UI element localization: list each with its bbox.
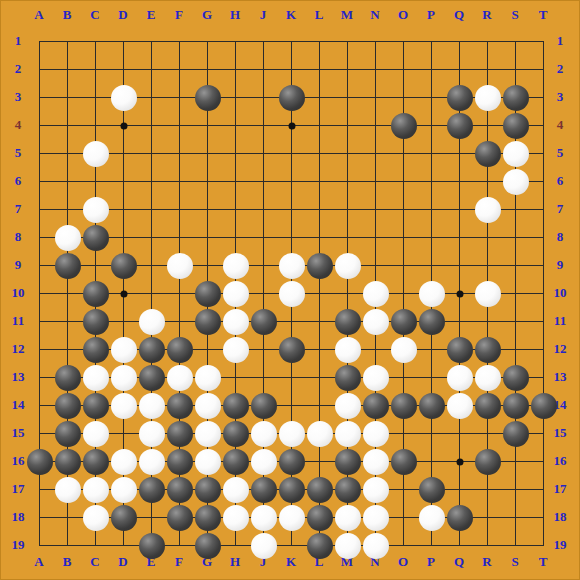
stone-white-H10 bbox=[223, 281, 249, 307]
stone-white-H17 bbox=[223, 477, 249, 503]
stone-black-O14 bbox=[391, 393, 417, 419]
col-label-top-M: M bbox=[341, 7, 353, 23]
row-label-left-1: 1 bbox=[15, 33, 22, 49]
stone-black-H15 bbox=[223, 421, 249, 447]
stone-black-G18 bbox=[195, 505, 221, 531]
col-label-bottom-R: R bbox=[482, 554, 491, 570]
col-label-bottom-K: K bbox=[286, 554, 296, 570]
row-label-left-14: 14 bbox=[12, 397, 25, 413]
stone-black-S14 bbox=[503, 393, 529, 419]
stone-black-C14 bbox=[83, 393, 109, 419]
row-label-right-13: 13 bbox=[554, 369, 567, 385]
col-label-bottom-C: C bbox=[90, 554, 99, 570]
stone-black-O16 bbox=[391, 449, 417, 475]
row-label-left-11: 11 bbox=[12, 313, 24, 329]
stone-white-K10 bbox=[279, 281, 305, 307]
stone-black-G3 bbox=[195, 85, 221, 111]
row-label-left-10: 10 bbox=[12, 285, 25, 301]
row-label-right-4: 4 bbox=[557, 117, 564, 133]
stone-white-P10 bbox=[419, 281, 445, 307]
stone-white-H18 bbox=[223, 505, 249, 531]
stone-black-F14 bbox=[167, 393, 193, 419]
stone-black-S13 bbox=[503, 365, 529, 391]
stone-black-O4 bbox=[391, 113, 417, 139]
row-label-left-3: 3 bbox=[15, 89, 22, 105]
grid-vline-T bbox=[543, 41, 544, 546]
row-label-left-8: 8 bbox=[15, 229, 22, 245]
stone-white-N18 bbox=[363, 505, 389, 531]
stone-black-B9 bbox=[55, 253, 81, 279]
stone-black-R14 bbox=[475, 393, 501, 419]
stone-black-L9 bbox=[307, 253, 333, 279]
grid-hline-11 bbox=[39, 321, 544, 322]
stone-white-D14 bbox=[111, 393, 137, 419]
stone-white-H12 bbox=[223, 337, 249, 363]
stone-white-E16 bbox=[139, 449, 165, 475]
stone-white-D3 bbox=[111, 85, 137, 111]
stone-black-H14 bbox=[223, 393, 249, 419]
stone-white-L15 bbox=[307, 421, 333, 447]
star-point-D4 bbox=[120, 122, 127, 129]
stone-black-B13 bbox=[55, 365, 81, 391]
col-label-bottom-S: S bbox=[511, 554, 518, 570]
row-label-right-15: 15 bbox=[554, 425, 567, 441]
stone-black-G10 bbox=[195, 281, 221, 307]
stone-black-S15 bbox=[503, 421, 529, 447]
stone-black-Q4 bbox=[447, 113, 473, 139]
col-label-bottom-H: H bbox=[230, 554, 240, 570]
stone-black-E12 bbox=[139, 337, 165, 363]
stone-white-D16 bbox=[111, 449, 137, 475]
col-label-bottom-B: B bbox=[63, 554, 72, 570]
stone-black-G17 bbox=[195, 477, 221, 503]
stone-black-L18 bbox=[307, 505, 333, 531]
stone-white-C7 bbox=[83, 197, 109, 223]
stone-white-M12 bbox=[335, 337, 361, 363]
stone-black-K17 bbox=[279, 477, 305, 503]
row-label-right-2: 2 bbox=[557, 61, 564, 77]
col-label-top-C: C bbox=[90, 7, 99, 23]
stone-black-C8 bbox=[83, 225, 109, 251]
stone-white-D12 bbox=[111, 337, 137, 363]
row-label-left-19: 19 bbox=[12, 537, 25, 553]
row-label-right-16: 16 bbox=[554, 453, 567, 469]
stone-white-H9 bbox=[223, 253, 249, 279]
col-label-top-O: O bbox=[398, 7, 408, 23]
row-label-right-6: 6 bbox=[557, 173, 564, 189]
stone-white-J19 bbox=[251, 533, 277, 559]
stone-black-L17 bbox=[307, 477, 333, 503]
stone-white-E15 bbox=[139, 421, 165, 447]
row-label-left-16: 16 bbox=[12, 453, 25, 469]
row-label-right-19: 19 bbox=[554, 537, 567, 553]
stone-white-F13 bbox=[167, 365, 193, 391]
col-label-top-N: N bbox=[370, 7, 379, 23]
star-point-Q16 bbox=[456, 458, 463, 465]
stone-white-R10 bbox=[475, 281, 501, 307]
stone-black-L19 bbox=[307, 533, 333, 559]
col-label-top-B: B bbox=[63, 7, 72, 23]
stone-black-F12 bbox=[167, 337, 193, 363]
stone-black-E19 bbox=[139, 533, 165, 559]
stone-black-F15 bbox=[167, 421, 193, 447]
stone-black-J14 bbox=[251, 393, 277, 419]
stone-black-F18 bbox=[167, 505, 193, 531]
stone-white-Q13 bbox=[447, 365, 473, 391]
stone-black-T14 bbox=[531, 393, 557, 419]
row-label-right-10: 10 bbox=[554, 285, 567, 301]
star-point-D10 bbox=[120, 290, 127, 297]
stone-white-Q14 bbox=[447, 393, 473, 419]
stone-black-Q3 bbox=[447, 85, 473, 111]
stone-black-G11 bbox=[195, 309, 221, 335]
row-label-left-7: 7 bbox=[15, 201, 22, 217]
col-label-top-T: T bbox=[539, 7, 548, 23]
col-label-top-L: L bbox=[315, 7, 324, 23]
stone-black-D9 bbox=[111, 253, 137, 279]
stone-white-K9 bbox=[279, 253, 305, 279]
stone-black-G19 bbox=[195, 533, 221, 559]
row-label-right-11: 11 bbox=[554, 313, 566, 329]
stone-white-N15 bbox=[363, 421, 389, 447]
row-label-right-1: 1 bbox=[557, 33, 564, 49]
grid-vline-L bbox=[319, 41, 320, 546]
col-label-top-S: S bbox=[511, 7, 518, 23]
stone-white-C18 bbox=[83, 505, 109, 531]
col-label-bottom-P: P bbox=[427, 554, 435, 570]
row-label-left-13: 13 bbox=[12, 369, 25, 385]
col-label-top-G: G bbox=[202, 7, 212, 23]
row-label-right-18: 18 bbox=[554, 509, 567, 525]
stone-white-M14 bbox=[335, 393, 361, 419]
stone-white-J15 bbox=[251, 421, 277, 447]
stone-white-P18 bbox=[419, 505, 445, 531]
stone-white-M15 bbox=[335, 421, 361, 447]
stone-black-M13 bbox=[335, 365, 361, 391]
row-label-left-9: 9 bbox=[15, 257, 22, 273]
stone-black-R16 bbox=[475, 449, 501, 475]
stone-white-R13 bbox=[475, 365, 501, 391]
stone-black-R5 bbox=[475, 141, 501, 167]
stone-black-F16 bbox=[167, 449, 193, 475]
col-label-top-P: P bbox=[427, 7, 435, 23]
stone-white-J16 bbox=[251, 449, 277, 475]
stone-white-S5 bbox=[503, 141, 529, 167]
star-point-K4 bbox=[288, 122, 295, 129]
col-label-top-Q: Q bbox=[454, 7, 464, 23]
stone-black-P17 bbox=[419, 477, 445, 503]
row-label-left-4: 4 bbox=[15, 117, 22, 133]
row-label-right-12: 12 bbox=[554, 341, 567, 357]
star-point-Q10 bbox=[456, 290, 463, 297]
col-label-top-H: H bbox=[230, 7, 240, 23]
stone-white-G14 bbox=[195, 393, 221, 419]
row-label-left-2: 2 bbox=[15, 61, 22, 77]
stone-black-K3 bbox=[279, 85, 305, 111]
stone-white-R3 bbox=[475, 85, 501, 111]
row-label-left-17: 17 bbox=[12, 481, 25, 497]
goban[interactable]: ABCDEFGHJKLMNOPQRST ABCDEFGHJKLMNOPQRST … bbox=[0, 0, 580, 580]
stone-white-K15 bbox=[279, 421, 305, 447]
stone-black-Q12 bbox=[447, 337, 473, 363]
stone-white-M18 bbox=[335, 505, 361, 531]
row-label-right-7: 7 bbox=[557, 201, 564, 217]
col-label-top-E: E bbox=[147, 7, 156, 23]
stone-white-C13 bbox=[83, 365, 109, 391]
stone-black-A16 bbox=[27, 449, 53, 475]
col-label-bottom-Q: Q bbox=[454, 554, 464, 570]
stone-white-M9 bbox=[335, 253, 361, 279]
col-label-top-J: J bbox=[260, 7, 267, 23]
stone-white-F9 bbox=[167, 253, 193, 279]
row-label-right-9: 9 bbox=[557, 257, 564, 273]
stone-white-H11 bbox=[223, 309, 249, 335]
stone-black-N14 bbox=[363, 393, 389, 419]
stone-black-E13 bbox=[139, 365, 165, 391]
col-label-bottom-A: A bbox=[34, 554, 43, 570]
stone-white-R7 bbox=[475, 197, 501, 223]
grid-hline-19 bbox=[39, 545, 544, 546]
stone-black-D18 bbox=[111, 505, 137, 531]
stone-white-M19 bbox=[335, 533, 361, 559]
stone-white-C15 bbox=[83, 421, 109, 447]
stone-black-E17 bbox=[139, 477, 165, 503]
col-label-bottom-F: F bbox=[175, 554, 183, 570]
stone-white-D13 bbox=[111, 365, 137, 391]
col-label-top-D: D bbox=[118, 7, 127, 23]
col-label-top-A: A bbox=[34, 7, 43, 23]
stone-white-N11 bbox=[363, 309, 389, 335]
row-label-left-12: 12 bbox=[12, 341, 25, 357]
stone-white-S6 bbox=[503, 169, 529, 195]
stone-white-E14 bbox=[139, 393, 165, 419]
stone-white-B8 bbox=[55, 225, 81, 251]
stone-white-B17 bbox=[55, 477, 81, 503]
stone-black-M16 bbox=[335, 449, 361, 475]
col-label-bottom-D: D bbox=[118, 554, 127, 570]
row-label-left-15: 15 bbox=[12, 425, 25, 441]
stone-black-S4 bbox=[503, 113, 529, 139]
row-label-right-5: 5 bbox=[557, 145, 564, 161]
stone-black-C12 bbox=[83, 337, 109, 363]
stone-black-H16 bbox=[223, 449, 249, 475]
stone-black-F17 bbox=[167, 477, 193, 503]
stone-black-P11 bbox=[419, 309, 445, 335]
stone-black-Q18 bbox=[447, 505, 473, 531]
row-label-right-17: 17 bbox=[554, 481, 567, 497]
stone-black-R12 bbox=[475, 337, 501, 363]
stone-white-N13 bbox=[363, 365, 389, 391]
stone-white-N19 bbox=[363, 533, 389, 559]
stone-white-C17 bbox=[83, 477, 109, 503]
stone-black-C10 bbox=[83, 281, 109, 307]
stone-white-D17 bbox=[111, 477, 137, 503]
stone-black-O11 bbox=[391, 309, 417, 335]
stone-white-N10 bbox=[363, 281, 389, 307]
stone-white-N16 bbox=[363, 449, 389, 475]
stone-white-C5 bbox=[83, 141, 109, 167]
col-label-bottom-O: O bbox=[398, 554, 408, 570]
row-label-left-6: 6 bbox=[15, 173, 22, 189]
stone-black-B15 bbox=[55, 421, 81, 447]
stone-black-C11 bbox=[83, 309, 109, 335]
stone-black-P14 bbox=[419, 393, 445, 419]
stone-white-N17 bbox=[363, 477, 389, 503]
stone-black-M11 bbox=[335, 309, 361, 335]
row-label-left-18: 18 bbox=[12, 509, 25, 525]
stone-black-K16 bbox=[279, 449, 305, 475]
stone-black-J17 bbox=[251, 477, 277, 503]
col-label-top-R: R bbox=[482, 7, 491, 23]
stone-black-K12 bbox=[279, 337, 305, 363]
stone-white-J18 bbox=[251, 505, 277, 531]
stone-white-E11 bbox=[139, 309, 165, 335]
row-label-right-3: 3 bbox=[557, 89, 564, 105]
col-label-top-F: F bbox=[175, 7, 183, 23]
stone-white-G15 bbox=[195, 421, 221, 447]
stone-white-K18 bbox=[279, 505, 305, 531]
stone-black-M17 bbox=[335, 477, 361, 503]
col-label-top-K: K bbox=[286, 7, 296, 23]
stone-black-B14 bbox=[55, 393, 81, 419]
stone-black-J11 bbox=[251, 309, 277, 335]
stone-black-S3 bbox=[503, 85, 529, 111]
col-label-bottom-T: T bbox=[539, 554, 548, 570]
stone-white-G16 bbox=[195, 449, 221, 475]
row-label-left-5: 5 bbox=[15, 145, 22, 161]
stone-white-O12 bbox=[391, 337, 417, 363]
row-label-right-8: 8 bbox=[557, 229, 564, 245]
stone-white-G13 bbox=[195, 365, 221, 391]
stone-black-C16 bbox=[83, 449, 109, 475]
stone-black-B16 bbox=[55, 449, 81, 475]
